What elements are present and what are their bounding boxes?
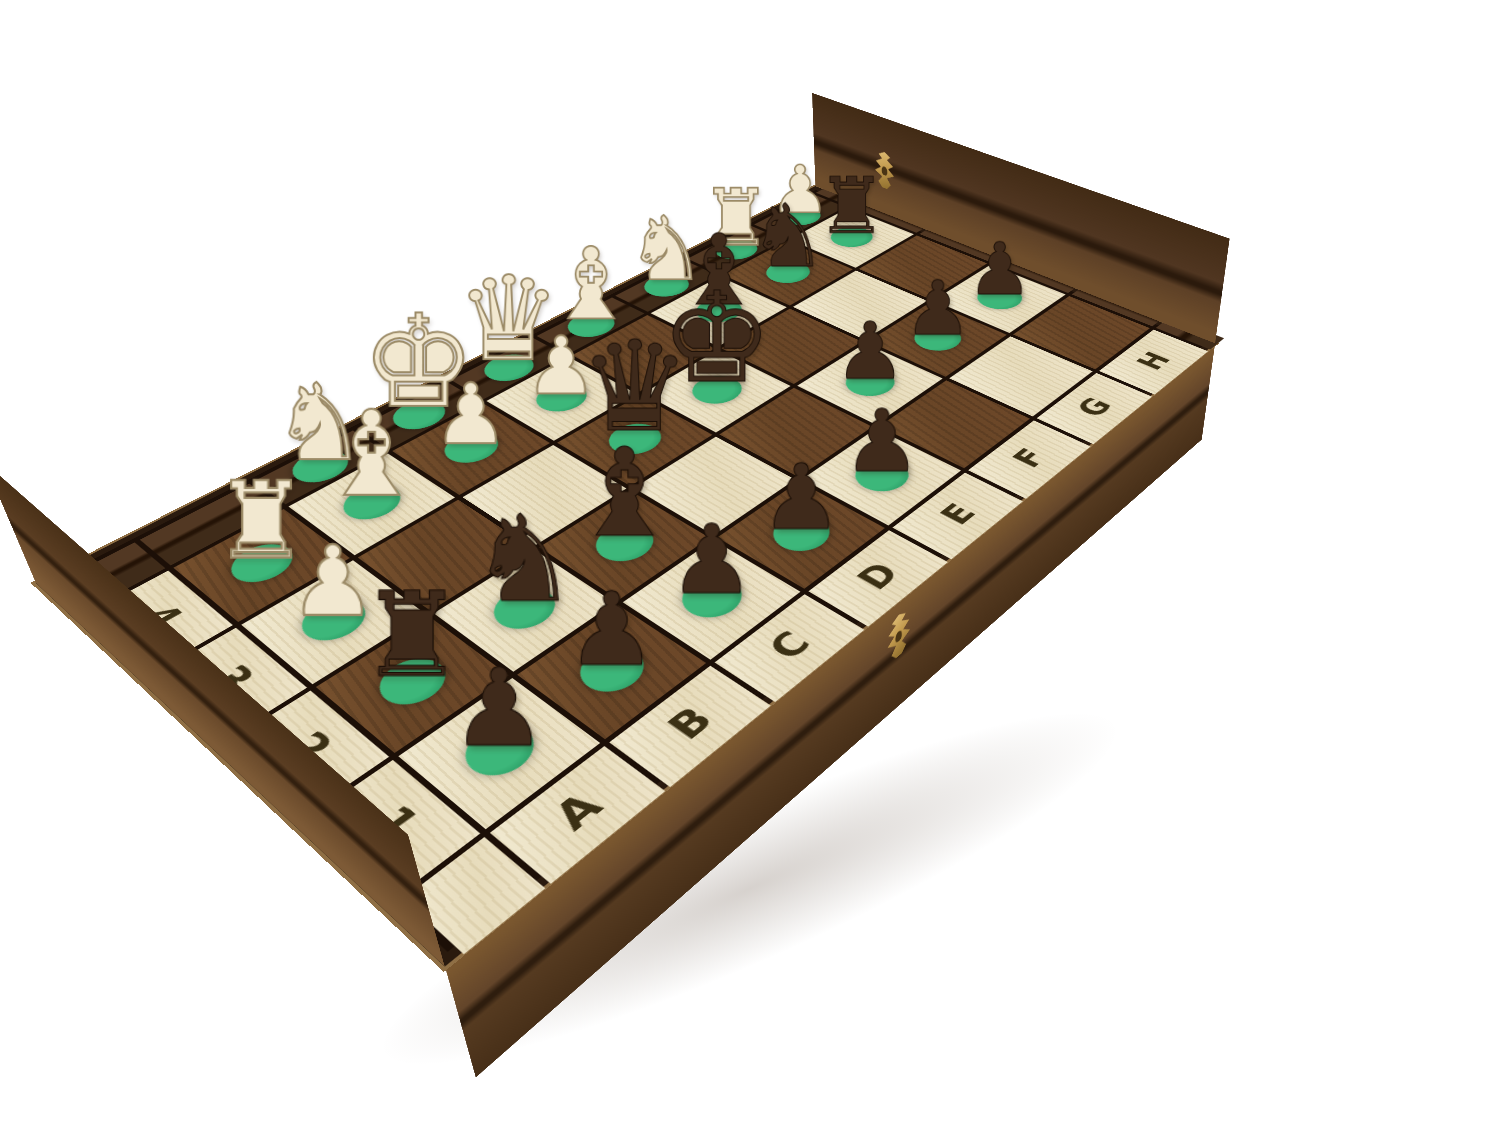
product-photo-scene: ♞♚♛♝♞♜♟4♜♝♟♟♝♞♜3♟♛♚2♜♞♝♟♟♟1♟♟♟♟♟ABCDEFGH [0,0,1500,1125]
file-label-text: H [1128,348,1178,374]
file-label-text: D [848,557,908,596]
piece-black-pawn-c1[interactable]: ♟ [669,516,755,604]
file-label-text: C [760,625,820,666]
piece-black-pawn-d1[interactable]: ♟ [761,456,842,539]
piece-black-pawn-h2[interactable]: ♟ [967,236,1032,302]
file-label-text: E [931,498,985,530]
piece-black-pawn-f2[interactable]: ♟ [835,315,906,387]
piece-black-pawn-b1[interactable]: ♟ [566,583,657,676]
piece-black-pawn-e1[interactable]: ♟ [843,402,920,481]
piece-white-pawn-c4[interactable]: ♟ [433,376,508,453]
chess-box: ♞♚♛♝♞♜♟4♜♝♟♟♝♞♜3♟♛♚2♜♞♝♟♟♟1♟♟♟♟♟ABCDEFGH [36,186,1216,966]
perspective-wrapper: ♞♚♛♝♞♜♟4♜♝♟♟♝♞♜3♟♛♚2♜♞♝♟♟♟1♟♟♟♟♟ABCDEFGH [0,0,1500,1125]
piece-black-rook-h4[interactable]: ♜ [817,171,886,242]
piece-black-rook-a2[interactable]: ♜ [360,582,465,689]
file-label-text: F [1004,443,1055,472]
piece-black-pawn-g2[interactable]: ♟ [904,274,972,343]
file-label-text: A [544,785,613,839]
piece-white-bishop-b4[interactable]: ♝ [319,400,424,508]
file-label-text: B [658,700,723,747]
piece-black-bishop-c2[interactable]: ♝ [570,437,679,549]
brass-clasp-icon [886,605,911,666]
piece-black-pawn-a1[interactable]: ♟ [451,659,547,758]
piece-black-knight-b2[interactable]: ♞ [470,505,577,615]
file-label-text: G [1068,393,1120,422]
